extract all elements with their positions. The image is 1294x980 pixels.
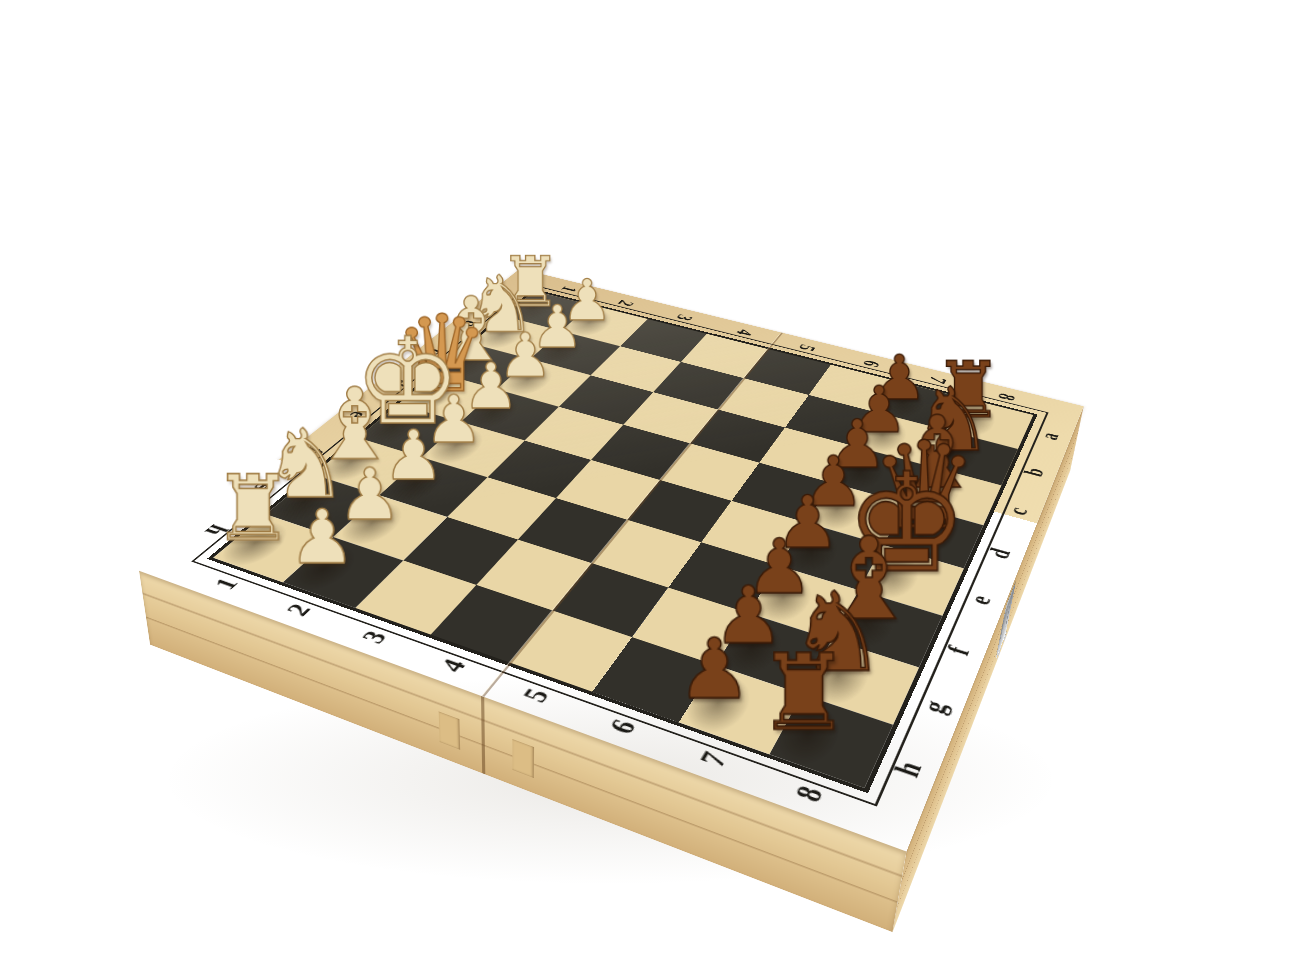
scene-3d: abcdefgh abcdefgh 87654321 87654321 ♜♞♝♛… — [0, 0, 1294, 980]
finger-joint-notch — [512, 739, 534, 778]
wooden-chess-set-photo: abcdefgh abcdefgh 87654321 87654321 ♜♞♝♛… — [0, 0, 1294, 980]
square-d7: ♟ — [806, 483, 906, 545]
piece-shadow — [375, 457, 460, 510]
piece-shadow — [828, 591, 908, 660]
piece-shadow — [798, 640, 883, 716]
square-e4 — [556, 460, 660, 520]
chess-board: abcdefgh abcdefgh 87654321 87654321 ♜♞♝♛… — [139, 269, 1084, 852]
fold-seam-front — [481, 696, 485, 775]
perspective-wrapper: abcdefgh abcdefgh 87654321 87654321 ♜♞♝♛… — [0, 0, 1294, 980]
finger-joint-notch — [439, 711, 461, 749]
